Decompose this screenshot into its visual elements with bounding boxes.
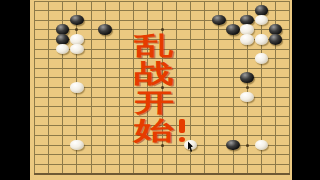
white-stone	[70, 82, 84, 93]
white-stone	[255, 53, 269, 64]
white-stone	[255, 140, 269, 151]
caption-exclamation	[179, 119, 185, 133]
caption-exclamation-dot	[179, 137, 185, 142]
caption-char: 始	[123, 118, 186, 143]
black-stone	[240, 72, 254, 83]
caption-char: 开	[123, 90, 186, 115]
black-stone	[212, 15, 226, 26]
white-stone	[255, 34, 269, 45]
letterbox-right	[292, 0, 320, 180]
video-frame: 乱战开始	[0, 0, 320, 180]
letterbox-left	[0, 0, 30, 180]
white-stone	[70, 140, 84, 151]
white-stone	[240, 34, 254, 45]
black-stone	[70, 15, 84, 26]
caption-char: 战	[123, 62, 186, 87]
black-stone	[226, 24, 240, 35]
white-stone	[56, 44, 70, 55]
black-stone	[98, 24, 112, 35]
black-stone	[226, 140, 240, 151]
black-stone	[269, 34, 283, 45]
white-stone	[70, 44, 84, 55]
white-stone	[255, 15, 269, 26]
white-stone	[240, 92, 254, 103]
caption-char: 乱	[123, 33, 186, 58]
